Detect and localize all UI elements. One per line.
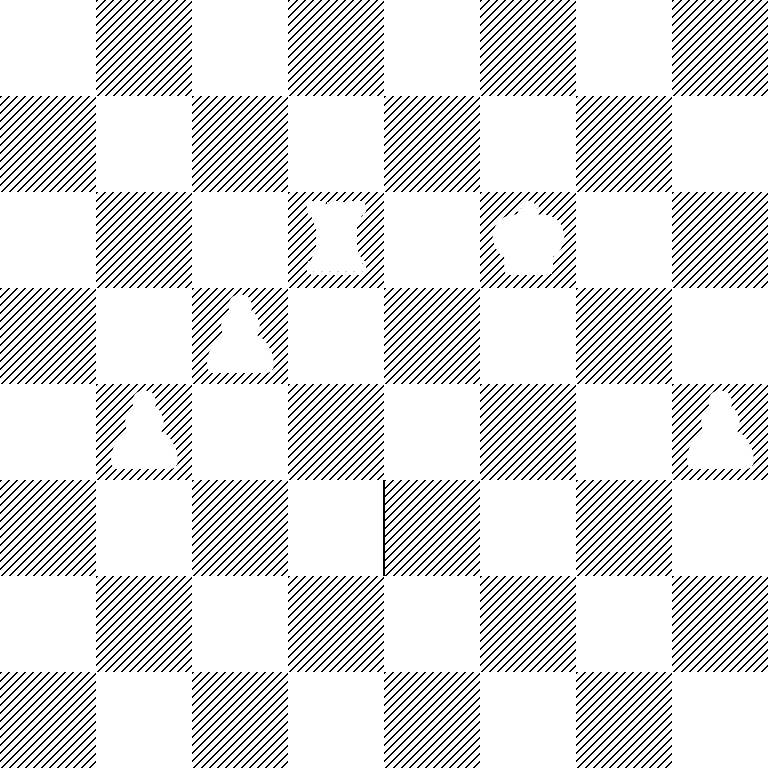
square-e6[interactable] xyxy=(384,192,480,288)
square-d7[interactable] xyxy=(288,96,384,192)
piece-white-king-f6[interactable]: ♚♔ xyxy=(480,192,576,288)
square-h1[interactable] xyxy=(672,672,768,768)
square-a8[interactable] xyxy=(0,0,96,96)
square-c8[interactable] xyxy=(192,0,288,96)
square-b8[interactable] xyxy=(96,0,192,96)
square-f1[interactable] xyxy=(480,672,576,768)
piece-halo: ♟ xyxy=(103,480,184,576)
square-f7[interactable] xyxy=(480,96,576,192)
square-h2[interactable] xyxy=(672,576,768,672)
piece-halo: ♜ xyxy=(295,480,376,576)
piece-black-king-e4[interactable]: ♚♚ xyxy=(384,384,480,480)
square-e2[interactable] xyxy=(384,576,480,672)
piece-white-rook-d6[interactable]: ♜♖ xyxy=(288,192,384,288)
square-e5[interactable] xyxy=(384,288,480,384)
square-a5[interactable] xyxy=(0,288,96,384)
square-f5[interactable]: ♟♟ xyxy=(480,288,576,384)
square-b7[interactable] xyxy=(96,96,192,192)
square-b5[interactable] xyxy=(96,288,192,384)
square-d3[interactable]: ♜♖ xyxy=(288,480,384,576)
stray-line-artifact xyxy=(383,480,385,576)
square-d2[interactable] xyxy=(288,576,384,672)
square-d6[interactable]: ♜♖ xyxy=(288,192,384,288)
piece-black-pawn-h4[interactable]: ♟♟ xyxy=(672,384,768,480)
square-g7[interactable] xyxy=(576,96,672,192)
chess-board: ♜♖♚♔♟♟♟♟♟♟♟♙♚♚♟♟♟♙♜♖ xyxy=(0,0,768,768)
square-e4[interactable]: ♚♚ xyxy=(384,384,480,480)
square-d8[interactable] xyxy=(288,0,384,96)
piece-halo: ♚ xyxy=(487,192,568,288)
square-g5[interactable] xyxy=(576,288,672,384)
square-c6[interactable] xyxy=(192,192,288,288)
square-h7[interactable] xyxy=(672,96,768,192)
square-a7[interactable] xyxy=(0,96,96,192)
square-e1[interactable] xyxy=(384,672,480,768)
piece-black-pawn-c5[interactable]: ♟♟ xyxy=(192,288,288,384)
square-h8[interactable] xyxy=(672,0,768,96)
square-b2[interactable] xyxy=(96,576,192,672)
square-b1[interactable] xyxy=(96,672,192,768)
square-c5[interactable]: ♟♟ xyxy=(192,288,288,384)
square-g2[interactable] xyxy=(576,576,672,672)
square-d5[interactable] xyxy=(288,288,384,384)
square-e3[interactable] xyxy=(384,480,480,576)
square-e8[interactable] xyxy=(384,0,480,96)
square-f2[interactable] xyxy=(480,576,576,672)
piece-halo: ♚ xyxy=(389,384,476,480)
square-f8[interactable] xyxy=(480,0,576,96)
piece-halo: ♟ xyxy=(485,288,572,384)
square-a6[interactable] xyxy=(0,192,96,288)
chess-diagram: ♜♖♚♔♟♟♟♟♟♟♟♙♚♚♟♟♟♙♜♖ xyxy=(0,0,768,768)
square-a1[interactable] xyxy=(0,672,96,768)
square-b6[interactable] xyxy=(96,192,192,288)
square-e7[interactable] xyxy=(384,96,480,192)
square-h3[interactable] xyxy=(672,480,768,576)
square-c7[interactable] xyxy=(192,96,288,192)
piece-white-pawn-c4[interactable]: ♟♙ xyxy=(192,384,288,480)
square-b3[interactable]: ♟♙ xyxy=(96,480,192,576)
square-f4[interactable] xyxy=(480,384,576,480)
square-h6[interactable] xyxy=(672,192,768,288)
square-c4[interactable]: ♟♙ xyxy=(192,384,288,480)
square-c1[interactable] xyxy=(192,672,288,768)
square-g6[interactable] xyxy=(576,192,672,288)
square-a2[interactable] xyxy=(0,576,96,672)
square-h5[interactable] xyxy=(672,288,768,384)
piece-white-pawn-b3[interactable]: ♟♙ xyxy=(96,480,192,576)
square-a4[interactable] xyxy=(0,384,96,480)
square-d4[interactable] xyxy=(288,384,384,480)
piece-black-pawn-b4[interactable]: ♟♟ xyxy=(96,384,192,480)
piece-black-pawn-f5[interactable]: ♟♟ xyxy=(480,288,576,384)
square-c2[interactable] xyxy=(192,576,288,672)
square-d1[interactable] xyxy=(288,672,384,768)
piece-halo: ♟ xyxy=(199,384,280,480)
piece-halo: ♜ xyxy=(295,192,376,288)
piece-halo: ♟ xyxy=(197,288,284,384)
square-h4[interactable]: ♟♟ xyxy=(672,384,768,480)
square-f6[interactable]: ♚♔ xyxy=(480,192,576,288)
piece-halo: ♟ xyxy=(101,384,188,480)
square-c3[interactable] xyxy=(192,480,288,576)
square-g4[interactable] xyxy=(576,384,672,480)
square-g1[interactable] xyxy=(576,672,672,768)
square-f3[interactable] xyxy=(480,480,576,576)
square-g3[interactable] xyxy=(576,480,672,576)
piece-halo: ♟ xyxy=(677,384,764,480)
square-b4[interactable]: ♟♟ xyxy=(96,384,192,480)
square-g8[interactable] xyxy=(576,0,672,96)
square-a3[interactable] xyxy=(0,480,96,576)
piece-white-rook-d3[interactable]: ♜♖ xyxy=(288,480,384,576)
